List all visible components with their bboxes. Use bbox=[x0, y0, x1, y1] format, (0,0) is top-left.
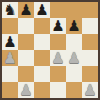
white-pawn: ♟ bbox=[2, 50, 18, 66]
black-pawn: ♟ bbox=[2, 34, 18, 50]
white-pawn: ♟ bbox=[18, 82, 34, 98]
square-r3-c4[interactable] bbox=[50, 34, 66, 50]
black-pawn: ♟ bbox=[18, 2, 34, 18]
white-pawn: ♟ bbox=[50, 50, 66, 66]
square-r2-c2[interactable] bbox=[18, 18, 34, 34]
square-r5-c1[interactable] bbox=[2, 66, 18, 82]
square-r4-c2[interactable] bbox=[18, 50, 34, 66]
square-r1-c4[interactable] bbox=[50, 2, 66, 18]
black-pawn: ♟ bbox=[50, 18, 66, 34]
square-r6-c6[interactable]: ♟ bbox=[82, 82, 98, 98]
square-r4-c3[interactable] bbox=[34, 50, 50, 66]
white-pawn: ♟ bbox=[82, 82, 98, 98]
square-r5-c3[interactable] bbox=[34, 66, 50, 82]
square-r2-c6[interactable] bbox=[82, 18, 98, 34]
square-r1-c6[interactable] bbox=[82, 2, 98, 18]
black-knight: ♞ bbox=[2, 2, 18, 18]
square-r4-c1[interactable]: ♟ bbox=[2, 50, 18, 66]
white-pawn: ♟ bbox=[66, 50, 82, 66]
black-pawn: ♟ bbox=[66, 18, 82, 34]
chess-board: ♞♟♟♟♟♟♟♟♟♟♟ bbox=[2, 2, 98, 98]
square-r2-c4[interactable]: ♟ bbox=[50, 18, 66, 34]
square-r4-c4[interactable]: ♟ bbox=[50, 50, 66, 66]
square-r6-c1[interactable] bbox=[2, 82, 18, 98]
square-r6-c3[interactable] bbox=[34, 82, 50, 98]
square-r3-c2[interactable] bbox=[18, 34, 34, 50]
square-r5-c5[interactable] bbox=[66, 66, 82, 82]
square-r5-c2[interactable] bbox=[18, 66, 34, 82]
square-r1-c1[interactable]: ♞ bbox=[2, 2, 18, 18]
square-r4-c5[interactable]: ♟ bbox=[66, 50, 82, 66]
square-r3-c6[interactable] bbox=[82, 34, 98, 50]
square-r6-c2[interactable]: ♟ bbox=[18, 82, 34, 98]
square-r6-c5[interactable] bbox=[66, 82, 82, 98]
square-r3-c5[interactable] bbox=[66, 34, 82, 50]
square-r5-c6[interactable] bbox=[82, 66, 98, 82]
square-r2-c5[interactable]: ♟ bbox=[66, 18, 82, 34]
square-r2-c3[interactable] bbox=[34, 18, 50, 34]
black-pawn: ♟ bbox=[34, 2, 50, 18]
square-r1-c5[interactable] bbox=[66, 2, 82, 18]
square-r3-c3[interactable] bbox=[34, 34, 50, 50]
square-r5-c4[interactable] bbox=[50, 66, 66, 82]
square-r1-c3[interactable]: ♟ bbox=[34, 2, 50, 18]
square-r6-c4[interactable] bbox=[50, 82, 66, 98]
square-r1-c2[interactable]: ♟ bbox=[18, 2, 34, 18]
square-r2-c1[interactable] bbox=[2, 18, 18, 34]
square-r3-c1[interactable]: ♟ bbox=[2, 34, 18, 50]
square-r4-c6[interactable] bbox=[82, 50, 98, 66]
chess-board-frame: ♞♟♟♟♟♟♟♟♟♟♟ bbox=[0, 0, 100, 100]
